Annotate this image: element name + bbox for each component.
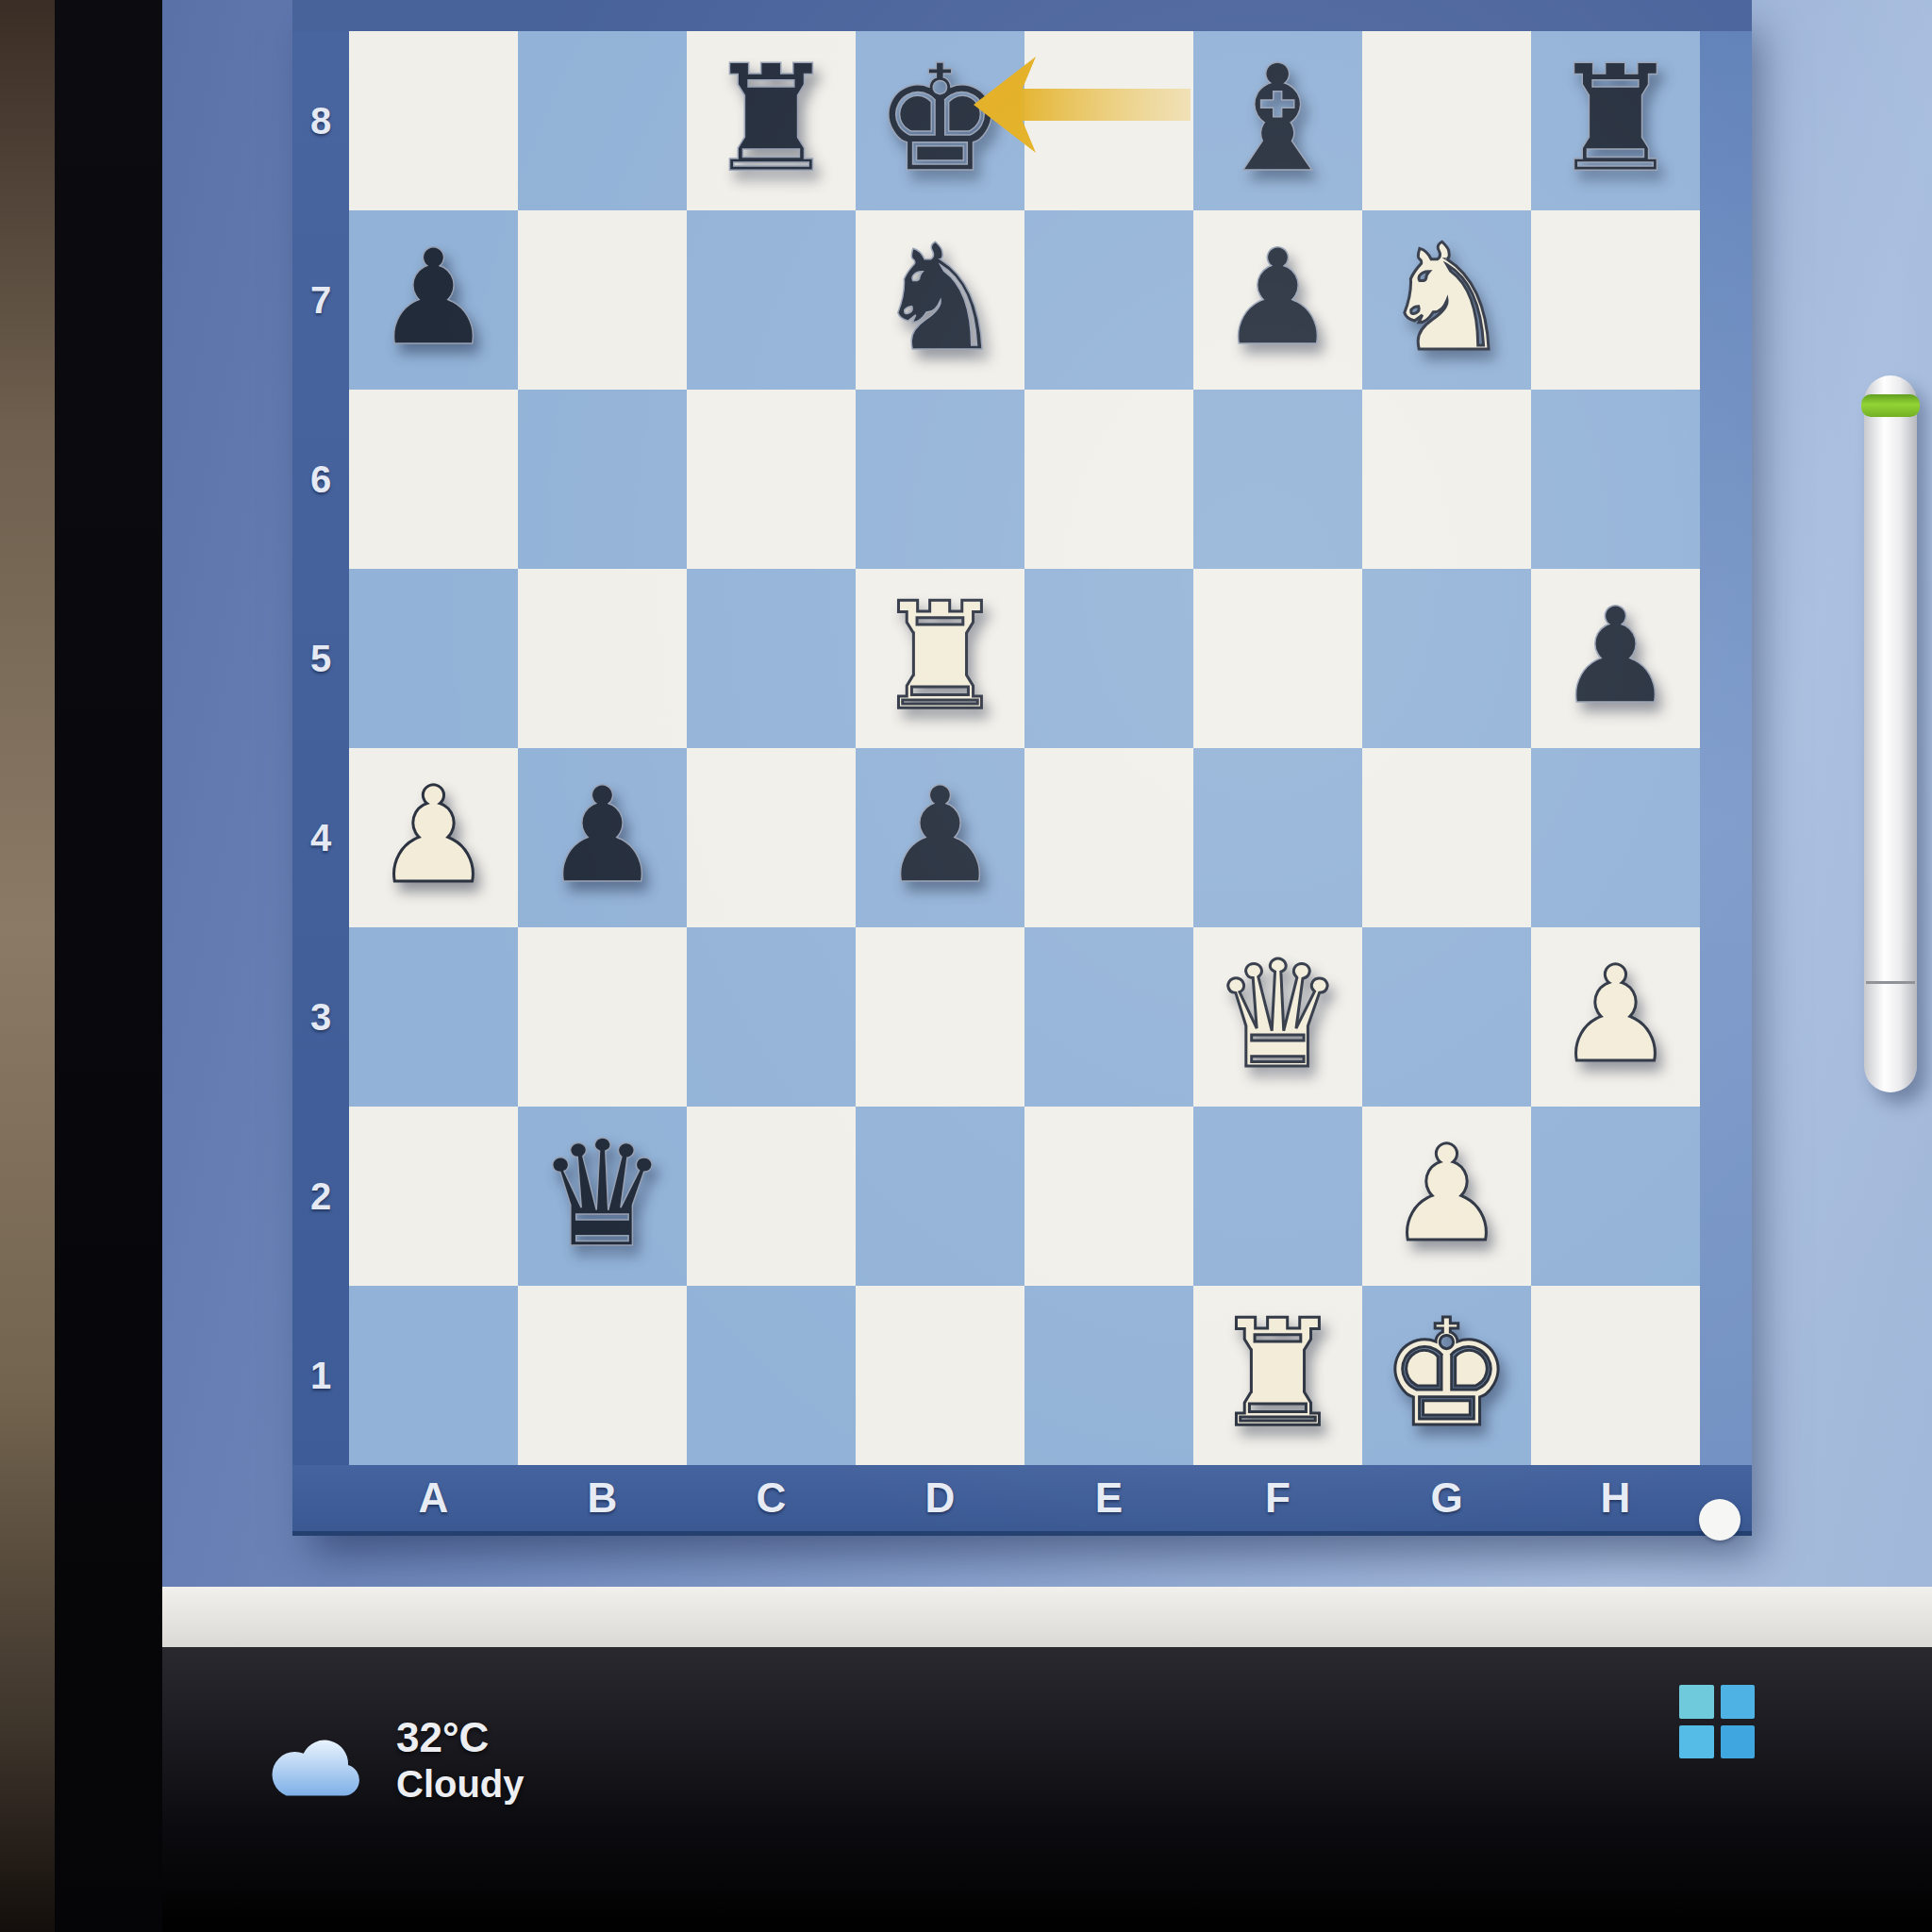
square-e7[interactable] <box>1024 210 1193 390</box>
square-e2[interactable] <box>1024 1107 1193 1286</box>
square-g8[interactable] <box>1362 31 1531 210</box>
square-e1[interactable] <box>1024 1286 1193 1465</box>
square-h6[interactable] <box>1531 390 1700 569</box>
square-c3[interactable] <box>687 927 856 1107</box>
square-h2[interactable] <box>1531 1107 1700 1286</box>
board-border-top <box>292 0 1752 31</box>
square-b7[interactable] <box>518 210 687 390</box>
weather-text: 32°C Cloudy <box>396 1715 525 1807</box>
square-b1[interactable] <box>518 1286 687 1465</box>
square-a4[interactable] <box>349 748 518 927</box>
monitor-bezel <box>55 0 164 1932</box>
square-e8[interactable] <box>1024 31 1193 210</box>
square-f3[interactable] <box>1193 927 1362 1107</box>
square-a6[interactable] <box>349 390 518 569</box>
windows-logo-square <box>1679 1685 1714 1719</box>
board-border-bottom: ABCDEFGH <box>292 1465 1752 1536</box>
square-h8[interactable] <box>1531 31 1700 210</box>
square-f8[interactable] <box>1193 31 1362 210</box>
square-c6[interactable] <box>687 390 856 569</box>
square-g5[interactable] <box>1362 569 1531 748</box>
window-bottom-strip <box>162 1587 1932 1647</box>
rank-label-3: 3 <box>292 927 349 1107</box>
stylus-green-band <box>1861 394 1920 417</box>
square-d3[interactable] <box>856 927 1024 1107</box>
square-b8[interactable] <box>518 31 687 210</box>
square-b3[interactable] <box>518 927 687 1107</box>
file-label-e: E <box>1024 1465 1193 1531</box>
square-d7[interactable] <box>856 210 1024 390</box>
square-c5[interactable] <box>687 569 856 748</box>
windows-logo-square <box>1721 1685 1756 1719</box>
square-e6[interactable] <box>1024 390 1193 569</box>
rank-label-2: 2 <box>292 1107 349 1286</box>
square-h1[interactable] <box>1531 1286 1700 1465</box>
square-g7[interactable] <box>1362 210 1531 390</box>
square-d5[interactable] <box>856 569 1024 748</box>
square-f1[interactable] <box>1193 1286 1362 1465</box>
weather-temperature: 32°C <box>396 1715 525 1760</box>
file-label-d: D <box>856 1465 1024 1531</box>
square-d4[interactable] <box>856 748 1024 927</box>
square-f2[interactable] <box>1193 1107 1362 1286</box>
monitor-screen: 87654321 ♜♚♝♜♟♞♟♞♜♟♟♟♟♛♟♛♟♜♚ <box>162 0 1932 1932</box>
rank-labels-column: 87654321 <box>292 31 349 1465</box>
photo-of-monitor: 87654321 ♜♚♝♜♟♞♟♞♜♟♟♟♟♛♟♛♟♜♚ <box>0 0 1932 1932</box>
square-h4[interactable] <box>1531 748 1700 927</box>
file-label-a: A <box>349 1465 518 1531</box>
square-a8[interactable] <box>349 31 518 210</box>
windows-start-button[interactable] <box>1679 1685 1755 1758</box>
windows-logo-square <box>1679 1725 1714 1759</box>
stylus-pen <box>1864 375 1917 1092</box>
rank-label-7: 7 <box>292 210 349 390</box>
rank-label-8: 8 <box>292 31 349 210</box>
square-b5[interactable] <box>518 569 687 748</box>
square-e5[interactable] <box>1024 569 1193 748</box>
weather-condition: Cloudy <box>396 1760 525 1807</box>
square-e3[interactable] <box>1024 927 1193 1107</box>
file-label-c: C <box>687 1465 856 1531</box>
square-h7[interactable] <box>1531 210 1700 390</box>
square-d8[interactable] <box>856 31 1024 210</box>
square-d6[interactable] <box>856 390 1024 569</box>
square-g3[interactable] <box>1362 927 1531 1107</box>
board-border-right <box>1700 31 1752 1465</box>
square-c8[interactable] <box>687 31 856 210</box>
cloud-icon <box>266 1732 366 1800</box>
square-a3[interactable] <box>349 927 518 1107</box>
rank-label-1: 1 <box>292 1286 349 1465</box>
square-g6[interactable] <box>1362 390 1531 569</box>
board-menu-dot[interactable] <box>1699 1499 1740 1541</box>
background-wall <box>0 0 55 1932</box>
square-a1[interactable] <box>349 1286 518 1465</box>
square-c2[interactable] <box>687 1107 856 1286</box>
file-label-b: B <box>518 1465 687 1531</box>
file-label-f: F <box>1193 1465 1362 1531</box>
square-g4[interactable] <box>1362 748 1531 927</box>
stylus-seam <box>1866 981 1915 984</box>
rank-label-6: 6 <box>292 390 349 569</box>
board-squares-grid <box>349 31 1700 1465</box>
square-b2[interactable] <box>518 1107 687 1286</box>
square-a7[interactable] <box>349 210 518 390</box>
square-b4[interactable] <box>518 748 687 927</box>
weather-widget[interactable]: 32°C Cloudy <box>266 1715 525 1807</box>
square-f4[interactable] <box>1193 748 1362 927</box>
file-label-g: G <box>1362 1465 1531 1531</box>
square-f5[interactable] <box>1193 569 1362 748</box>
file-label-h: H <box>1531 1465 1700 1531</box>
square-e4[interactable] <box>1024 748 1193 927</box>
square-g1[interactable] <box>1362 1286 1531 1465</box>
square-d1[interactable] <box>856 1286 1024 1465</box>
square-g2[interactable] <box>1362 1107 1531 1286</box>
square-c1[interactable] <box>687 1286 856 1465</box>
chessboard: 87654321 ♜♚♝♜♟♞♟♞♜♟♟♟♟♛♟♛♟♜♚ <box>292 0 1752 1536</box>
square-b6[interactable] <box>518 390 687 569</box>
square-h3[interactable] <box>1531 927 1700 1107</box>
file-labels-row: ABCDEFGH <box>349 1465 1700 1531</box>
square-a2[interactable] <box>349 1107 518 1286</box>
square-f6[interactable] <box>1193 390 1362 569</box>
square-c4[interactable] <box>687 748 856 927</box>
square-a5[interactable] <box>349 569 518 748</box>
square-c7[interactable] <box>687 210 856 390</box>
rank-label-5: 5 <box>292 569 349 748</box>
square-h5[interactable] <box>1531 569 1700 748</box>
windows-taskbar: 32°C Cloudy <box>162 1647 1932 1932</box>
square-d2[interactable] <box>856 1107 1024 1286</box>
rank-label-4: 4 <box>292 748 349 927</box>
windows-logo-square <box>1721 1725 1756 1759</box>
square-f7[interactable] <box>1193 210 1362 390</box>
